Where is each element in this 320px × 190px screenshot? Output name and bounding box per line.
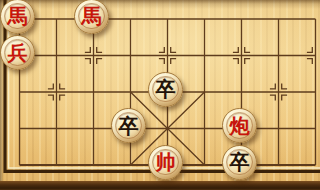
piece-black-soldier[interactable]: 卒 bbox=[111, 108, 146, 143]
piece-red-general[interactable]: 帅 bbox=[148, 145, 183, 180]
piece-red-soldier[interactable]: 兵 bbox=[0, 35, 35, 70]
piece-glyph: 炮 bbox=[230, 115, 250, 135]
piece-glyph: 馬 bbox=[82, 6, 102, 26]
piece-red-horse[interactable]: 馬 bbox=[0, 0, 35, 34]
table-background-strip bbox=[0, 181, 320, 190]
piece-black-soldier[interactable]: 卒 bbox=[148, 72, 183, 107]
piece-glyph: 馬 bbox=[8, 6, 28, 26]
piece-glyph: 兵 bbox=[8, 42, 28, 62]
piece-glyph: 卒 bbox=[119, 115, 139, 135]
piece-glyph: 卒 bbox=[230, 152, 250, 172]
piece-glyph: 卒 bbox=[156, 79, 176, 99]
piece-red-cannon[interactable]: 炮 bbox=[222, 108, 257, 143]
piece-glyph: 帅 bbox=[156, 152, 176, 172]
board-top-shadow bbox=[0, 0, 320, 10]
piece-black-soldier[interactable]: 卒 bbox=[222, 145, 257, 180]
piece-red-horse[interactable]: 馬 bbox=[74, 0, 109, 34]
xiangqi-board[interactable]: 馬馬兵卒卒炮帅卒 bbox=[0, 0, 320, 190]
